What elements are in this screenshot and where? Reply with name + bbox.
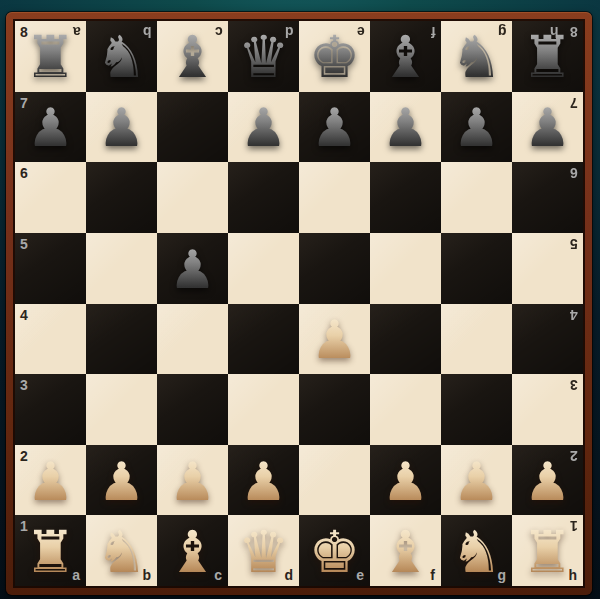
piece-white-pawn-e4[interactable]: ♟: [299, 304, 370, 375]
piece-white-bishop-c1[interactable]: ♝: [157, 515, 228, 586]
piece-black-pawn-b7[interactable]: ♟: [86, 92, 157, 163]
piece-black-bishop-f8[interactable]: ♝: [370, 21, 441, 92]
piece-white-pawn-a2[interactable]: ♟: [15, 445, 86, 516]
square-f1[interactable]: f♝: [370, 515, 441, 586]
square-g6[interactable]: [441, 162, 512, 233]
square-c7[interactable]: [157, 92, 228, 163]
square-h2[interactable]: 2♟: [512, 445, 583, 516]
piece-white-rook-h1[interactable]: ♜: [512, 515, 583, 586]
square-a8[interactable]: 8a♜: [15, 21, 86, 92]
square-a4[interactable]: 4: [15, 304, 86, 375]
square-f4[interactable]: [370, 304, 441, 375]
square-e8[interactable]: e♚: [299, 21, 370, 92]
square-c6[interactable]: [157, 162, 228, 233]
piece-white-pawn-c2[interactable]: ♟: [157, 445, 228, 516]
coord-rank-5-left: 5: [20, 237, 28, 251]
square-f2[interactable]: ♟: [370, 445, 441, 516]
square-b5[interactable]: [86, 233, 157, 304]
square-a2[interactable]: 2♟: [15, 445, 86, 516]
square-f5[interactable]: [370, 233, 441, 304]
square-g8[interactable]: g♞: [441, 21, 512, 92]
square-a1[interactable]: 1a♜: [15, 515, 86, 586]
coord-rank-5-right-flipped: 5: [570, 237, 578, 251]
piece-white-knight-b1[interactable]: ♞: [86, 515, 157, 586]
chess-board-frame: 8a♜b♞c♝d♛e♚f♝g♞8h♜7♟♟♟♟♟♟7♟665♟54♟4332♟♟…: [6, 12, 592, 595]
square-f8[interactable]: f♝: [370, 21, 441, 92]
coord-rank-6-left: 6: [20, 166, 28, 180]
square-g3[interactable]: [441, 374, 512, 445]
piece-black-pawn-e7[interactable]: ♟: [299, 92, 370, 163]
square-d5[interactable]: [228, 233, 299, 304]
square-a7[interactable]: 7♟: [15, 92, 86, 163]
square-h8[interactable]: 8h♜: [512, 21, 583, 92]
square-b6[interactable]: [86, 162, 157, 233]
piece-black-pawn-g7[interactable]: ♟: [441, 92, 512, 163]
square-g7[interactable]: ♟: [441, 92, 512, 163]
piece-white-king-e1[interactable]: ♚: [299, 515, 370, 586]
coord-rank-3-left: 3: [20, 378, 28, 392]
coord-rank-6-right-flipped: 6: [570, 166, 578, 180]
square-d1[interactable]: d♛: [228, 515, 299, 586]
square-c3[interactable]: [157, 374, 228, 445]
square-h5[interactable]: 5: [512, 233, 583, 304]
coord-rank-4-left: 4: [20, 308, 28, 322]
piece-black-rook-h8[interactable]: ♜: [512, 21, 583, 92]
square-e1[interactable]: e♚: [299, 515, 370, 586]
square-f7[interactable]: ♟: [370, 92, 441, 163]
square-g5[interactable]: [441, 233, 512, 304]
square-h7[interactable]: 7♟: [512, 92, 583, 163]
square-a3[interactable]: 3: [15, 374, 86, 445]
square-h1[interactable]: h1♜: [512, 515, 583, 586]
square-e5[interactable]: [299, 233, 370, 304]
square-c2[interactable]: ♟: [157, 445, 228, 516]
square-f6[interactable]: [370, 162, 441, 233]
square-h3[interactable]: 3: [512, 374, 583, 445]
square-b7[interactable]: ♟: [86, 92, 157, 163]
piece-white-pawn-g2[interactable]: ♟: [441, 445, 512, 516]
piece-white-pawn-b2[interactable]: ♟: [86, 445, 157, 516]
square-b1[interactable]: b♞: [86, 515, 157, 586]
piece-black-knight-b8[interactable]: ♞: [86, 21, 157, 92]
square-g2[interactable]: ♟: [441, 445, 512, 516]
square-b8[interactable]: b♞: [86, 21, 157, 92]
piece-black-knight-g8[interactable]: ♞: [441, 21, 512, 92]
square-c4[interactable]: [157, 304, 228, 375]
piece-white-pawn-h2[interactable]: ♟: [512, 445, 583, 516]
piece-black-pawn-h7[interactable]: ♟: [512, 92, 583, 163]
square-d4[interactable]: [228, 304, 299, 375]
square-d6[interactable]: [228, 162, 299, 233]
piece-white-queen-d1[interactable]: ♛: [228, 515, 299, 586]
chess-board: 8a♜b♞c♝d♛e♚f♝g♞8h♜7♟♟♟♟♟♟7♟665♟54♟4332♟♟…: [15, 21, 583, 586]
square-a5[interactable]: 5: [15, 233, 86, 304]
square-d2[interactable]: ♟: [228, 445, 299, 516]
piece-white-pawn-d2[interactable]: ♟: [228, 445, 299, 516]
square-d3[interactable]: [228, 374, 299, 445]
square-e3[interactable]: [299, 374, 370, 445]
square-b3[interactable]: [86, 374, 157, 445]
piece-white-rook-a1[interactable]: ♜: [15, 515, 86, 586]
square-e4[interactable]: ♟: [299, 304, 370, 375]
piece-black-pawn-a7[interactable]: ♟: [15, 92, 86, 163]
piece-black-pawn-f7[interactable]: ♟: [370, 92, 441, 163]
app-background: { "game": "chess", "position": { "fen": …: [0, 0, 600, 599]
square-f3[interactable]: [370, 374, 441, 445]
square-g4[interactable]: [441, 304, 512, 375]
piece-white-pawn-f2[interactable]: ♟: [370, 445, 441, 516]
coord-rank-3-right-flipped: 3: [570, 378, 578, 392]
square-h4[interactable]: 4: [512, 304, 583, 375]
coord-rank-4-right-flipped: 4: [570, 308, 578, 322]
piece-black-queen-d8[interactable]: ♛: [228, 21, 299, 92]
piece-black-rook-a8[interactable]: ♜: [15, 21, 86, 92]
square-b2[interactable]: ♟: [86, 445, 157, 516]
square-e7[interactable]: ♟: [299, 92, 370, 163]
piece-white-bishop-f1[interactable]: ♝: [370, 515, 441, 586]
piece-black-pawn-c5[interactable]: ♟: [157, 233, 228, 304]
square-g1[interactable]: g♞: [441, 515, 512, 586]
square-a6[interactable]: 6: [15, 162, 86, 233]
square-d8[interactable]: d♛: [228, 21, 299, 92]
square-e6[interactable]: [299, 162, 370, 233]
square-c1[interactable]: c♝: [157, 515, 228, 586]
piece-black-bishop-c8[interactable]: ♝: [157, 21, 228, 92]
square-c8[interactable]: c♝: [157, 21, 228, 92]
square-c5[interactable]: ♟: [157, 233, 228, 304]
square-b4[interactable]: [86, 304, 157, 375]
piece-black-pawn-d7[interactable]: ♟: [228, 92, 299, 163]
piece-black-king-e8[interactable]: ♚: [299, 21, 370, 92]
square-h6[interactable]: 6: [512, 162, 583, 233]
square-d7[interactable]: ♟: [228, 92, 299, 163]
square-e2[interactable]: [299, 445, 370, 516]
piece-white-knight-g1[interactable]: ♞: [441, 515, 512, 586]
